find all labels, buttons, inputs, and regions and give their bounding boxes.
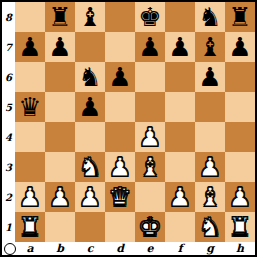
square-a2[interactable]: ♟ [15, 182, 45, 212]
square-g3[interactable]: ♟ [195, 152, 225, 182]
square-g6[interactable]: ♟ [195, 62, 225, 92]
piece-white-knight: ♞ [198, 212, 221, 242]
file-labels: abcdefgh [15, 242, 255, 255]
rank-label-4: 4 [2, 122, 15, 152]
square-f5[interactable] [165, 92, 195, 122]
square-g1[interactable]: ♞ [195, 212, 225, 242]
square-f2[interactable]: ♟ [165, 182, 195, 212]
square-d4[interactable] [105, 122, 135, 152]
square-h3[interactable] [225, 152, 255, 182]
square-h4[interactable] [225, 122, 255, 152]
square-c4[interactable] [75, 122, 105, 152]
square-f6[interactable] [165, 62, 195, 92]
square-e6[interactable] [135, 62, 165, 92]
piece-black-rook: ♜ [48, 2, 71, 32]
piece-white-knight: ♞ [78, 152, 101, 182]
piece-black-king: ♚ [138, 2, 161, 32]
square-d8[interactable] [105, 2, 135, 32]
piece-white-pawn: ♟ [138, 122, 161, 152]
piece-white-pawn: ♟ [228, 182, 251, 212]
square-h7[interactable]: ♟ [225, 32, 255, 62]
square-f7[interactable]: ♟ [165, 32, 195, 62]
square-b3[interactable] [45, 152, 75, 182]
square-c7[interactable] [75, 32, 105, 62]
chess-board: ♜♝♚♞♜♟♟♟♟♝♟♞♟♟♛♟♟♞♟♝♟♟♟♟♛♟♝♟♜♚♞♜ [15, 2, 255, 242]
square-e4[interactable]: ♟ [135, 122, 165, 152]
square-h8[interactable]: ♜ [225, 2, 255, 32]
piece-black-bishop: ♝ [198, 32, 221, 62]
square-g4[interactable] [195, 122, 225, 152]
rank-label-1: 1 [2, 212, 15, 242]
square-c1[interactable] [75, 212, 105, 242]
square-g2[interactable]: ♝ [195, 182, 225, 212]
square-f3[interactable] [165, 152, 195, 182]
square-g7[interactable]: ♝ [195, 32, 225, 62]
square-a5[interactable]: ♛ [15, 92, 45, 122]
square-a6[interactable] [15, 62, 45, 92]
square-d5[interactable] [105, 92, 135, 122]
file-label-b: b [45, 242, 75, 255]
piece-black-knight: ♞ [78, 62, 101, 92]
square-g8[interactable]: ♞ [195, 2, 225, 32]
square-h5[interactable] [225, 92, 255, 122]
chess-board-diagram: 87654321 ♜♝♚♞♜♟♟♟♟♝♟♞♟♟♛♟♟♞♟♝♟♟♟♟♛♟♝♟♜♚♞… [0, 0, 257, 257]
square-c5[interactable]: ♟ [75, 92, 105, 122]
rank-label-5: 5 [2, 92, 15, 122]
piece-white-king: ♚ [138, 212, 161, 242]
square-e7[interactable]: ♟ [135, 32, 165, 62]
file-label-a: a [15, 242, 45, 255]
piece-white-pawn: ♟ [168, 182, 191, 212]
file-label-g: g [195, 242, 225, 255]
file-label-h: h [225, 242, 255, 255]
square-f8[interactable] [165, 2, 195, 32]
piece-white-rook: ♜ [228, 212, 251, 242]
square-e1[interactable]: ♚ [135, 212, 165, 242]
square-h1[interactable]: ♜ [225, 212, 255, 242]
square-e8[interactable]: ♚ [135, 2, 165, 32]
piece-black-rook: ♜ [228, 2, 251, 32]
square-b8[interactable]: ♜ [45, 2, 75, 32]
square-b4[interactable] [45, 122, 75, 152]
square-c6[interactable]: ♞ [75, 62, 105, 92]
square-h6[interactable] [225, 62, 255, 92]
file-label-f: f [165, 242, 195, 255]
piece-white-bishop: ♝ [138, 152, 161, 182]
rank-label-7: 7 [2, 32, 15, 62]
piece-white-queen: ♛ [108, 182, 131, 212]
piece-black-pawn: ♟ [18, 32, 41, 62]
piece-black-pawn: ♟ [138, 32, 161, 62]
file-label-c: c [75, 242, 105, 255]
piece-black-pawn: ♟ [78, 92, 101, 122]
square-a4[interactable] [15, 122, 45, 152]
square-f1[interactable] [165, 212, 195, 242]
piece-black-pawn: ♟ [48, 32, 71, 62]
rank-label-2: 2 [2, 182, 15, 212]
square-d6[interactable]: ♟ [105, 62, 135, 92]
square-c2[interactable]: ♟ [75, 182, 105, 212]
white-to-move-indicator [4, 243, 16, 255]
square-c3[interactable]: ♞ [75, 152, 105, 182]
square-b2[interactable]: ♟ [45, 182, 75, 212]
square-f4[interactable] [165, 122, 195, 152]
square-b7[interactable]: ♟ [45, 32, 75, 62]
rank-labels: 87654321 [2, 2, 15, 242]
piece-black-queen: ♛ [18, 92, 41, 122]
square-a1[interactable]: ♜ [15, 212, 45, 242]
piece-black-knight: ♞ [198, 2, 221, 32]
square-d3[interactable]: ♟ [105, 152, 135, 182]
square-e3[interactable]: ♝ [135, 152, 165, 182]
piece-white-pawn: ♟ [78, 182, 101, 212]
piece-white-pawn: ♟ [48, 182, 71, 212]
rank-label-6: 6 [2, 62, 15, 92]
piece-white-pawn: ♟ [18, 182, 41, 212]
rank-label-8: 8 [2, 2, 15, 32]
rank-label-3: 3 [2, 152, 15, 182]
square-d1[interactable] [105, 212, 135, 242]
square-a3[interactable] [15, 152, 45, 182]
piece-black-bishop: ♝ [78, 2, 101, 32]
square-d7[interactable] [105, 32, 135, 62]
piece-white-pawn: ♟ [108, 152, 131, 182]
square-b6[interactable] [45, 62, 75, 92]
square-b5[interactable] [45, 92, 75, 122]
piece-white-pawn: ♟ [198, 152, 221, 182]
square-a8[interactable] [15, 2, 45, 32]
file-label-e: e [135, 242, 165, 255]
square-b1[interactable] [45, 212, 75, 242]
file-label-d: d [105, 242, 135, 255]
square-h2[interactable]: ♟ [225, 182, 255, 212]
piece-black-pawn: ♟ [108, 62, 131, 92]
piece-black-pawn: ♟ [228, 32, 251, 62]
piece-white-bishop: ♝ [198, 182, 221, 212]
square-a7[interactable]: ♟ [15, 32, 45, 62]
square-d2[interactable]: ♛ [105, 182, 135, 212]
square-g5[interactable] [195, 92, 225, 122]
square-e2[interactable] [135, 182, 165, 212]
square-c8[interactable]: ♝ [75, 2, 105, 32]
square-e5[interactable] [135, 92, 165, 122]
piece-black-pawn: ♟ [198, 62, 221, 92]
piece-black-pawn: ♟ [168, 32, 191, 62]
piece-white-rook: ♜ [18, 212, 41, 242]
